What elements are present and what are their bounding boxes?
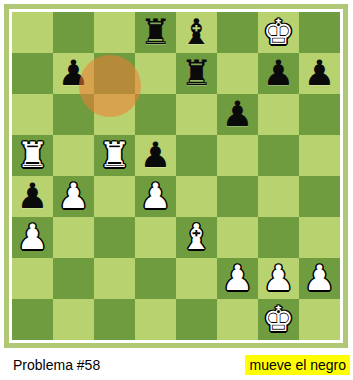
page: ♜♝♚♟♜♟♟♟♜♜♟♟♟♟♟♝♟♟♟♚ Problema #58 mueve … xyxy=(0,0,353,380)
square-f1[interactable] xyxy=(217,299,258,340)
caption-row: Problema #58 mueve el negro xyxy=(0,352,353,378)
piece-black-pawn-f6[interactable]: ♟ xyxy=(217,94,258,135)
piece-black-pawn-a4[interactable]: ♟ xyxy=(12,176,53,217)
square-a3[interactable]: ♟ xyxy=(12,217,53,258)
square-g8[interactable]: ♚ xyxy=(258,12,299,53)
square-b2[interactable] xyxy=(53,258,94,299)
piece-white-pawn-b4[interactable]: ♟ xyxy=(53,176,94,217)
square-g7[interactable]: ♟ xyxy=(258,53,299,94)
square-h4[interactable] xyxy=(299,176,340,217)
square-f4[interactable] xyxy=(217,176,258,217)
square-b5[interactable] xyxy=(53,135,94,176)
piece-black-pawn-b7[interactable]: ♟ xyxy=(53,53,94,94)
piece-white-pawn-a3[interactable]: ♟ xyxy=(12,217,53,258)
square-h8[interactable] xyxy=(299,12,340,53)
square-a4[interactable]: ♟ xyxy=(12,176,53,217)
square-a5[interactable]: ♜ xyxy=(12,135,53,176)
square-f6[interactable]: ♟ xyxy=(217,94,258,135)
square-c1[interactable] xyxy=(94,299,135,340)
square-f8[interactable] xyxy=(217,12,258,53)
piece-black-pawn-h7[interactable]: ♟ xyxy=(299,53,340,94)
square-d8[interactable]: ♜ xyxy=(135,12,176,53)
square-e3[interactable]: ♝ xyxy=(176,217,217,258)
square-b8[interactable] xyxy=(53,12,94,53)
square-b7[interactable]: ♟ xyxy=(53,53,94,94)
square-d7[interactable] xyxy=(135,53,176,94)
square-d4[interactable]: ♟ xyxy=(135,176,176,217)
piece-white-king-g8[interactable]: ♚ xyxy=(258,12,299,53)
square-e4[interactable] xyxy=(176,176,217,217)
square-d2[interactable] xyxy=(135,258,176,299)
piece-black-bishop-e8[interactable]: ♝ xyxy=(176,12,217,53)
piece-black-pawn-g7[interactable]: ♟ xyxy=(258,53,299,94)
piece-white-pawn-h2[interactable]: ♟ xyxy=(299,258,340,299)
piece-white-pawn-d4[interactable]: ♟ xyxy=(135,176,176,217)
chess-board: ♜♝♚♟♜♟♟♟♜♜♟♟♟♟♟♝♟♟♟♚ xyxy=(9,9,343,343)
square-d6[interactable] xyxy=(135,94,176,135)
square-e1[interactable] xyxy=(176,299,217,340)
square-c7[interactable] xyxy=(94,53,135,94)
square-g5[interactable] xyxy=(258,135,299,176)
square-h7[interactable]: ♟ xyxy=(299,53,340,94)
square-a7[interactable] xyxy=(12,53,53,94)
piece-white-rook-a5[interactable]: ♜ xyxy=(12,135,53,176)
square-h1[interactable] xyxy=(299,299,340,340)
square-b4[interactable]: ♟ xyxy=(53,176,94,217)
square-d5[interactable]: ♟ xyxy=(135,135,176,176)
square-h2[interactable]: ♟ xyxy=(299,258,340,299)
square-f7[interactable] xyxy=(217,53,258,94)
square-c2[interactable] xyxy=(94,258,135,299)
square-g6[interactable] xyxy=(258,94,299,135)
square-h3[interactable] xyxy=(299,217,340,258)
piece-white-pawn-f2[interactable]: ♟ xyxy=(217,258,258,299)
square-f5[interactable] xyxy=(217,135,258,176)
square-e2[interactable] xyxy=(176,258,217,299)
square-c6[interactable] xyxy=(94,94,135,135)
square-b3[interactable] xyxy=(53,217,94,258)
square-a2[interactable] xyxy=(12,258,53,299)
square-a1[interactable] xyxy=(12,299,53,340)
square-b6[interactable] xyxy=(53,94,94,135)
piece-white-bishop-e3[interactable]: ♝ xyxy=(176,217,217,258)
piece-black-pawn-d5[interactable]: ♟ xyxy=(135,135,176,176)
piece-white-pawn-g2[interactable]: ♟ xyxy=(258,258,299,299)
square-f2[interactable]: ♟ xyxy=(217,258,258,299)
square-c3[interactable] xyxy=(94,217,135,258)
square-d3[interactable] xyxy=(135,217,176,258)
square-g1[interactable]: ♚ xyxy=(258,299,299,340)
square-d1[interactable] xyxy=(135,299,176,340)
square-c5[interactable]: ♜ xyxy=(94,135,135,176)
board-grid: ♜♝♚♟♜♟♟♟♜♜♟♟♟♟♟♝♟♟♟♚ xyxy=(12,12,340,340)
square-g2[interactable]: ♟ xyxy=(258,258,299,299)
square-c8[interactable] xyxy=(94,12,135,53)
square-f3[interactable] xyxy=(217,217,258,258)
square-g4[interactable] xyxy=(258,176,299,217)
square-g3[interactable] xyxy=(258,217,299,258)
piece-white-rook-c5[interactable]: ♜ xyxy=(94,135,135,176)
puzzle-title: Problema #58 xyxy=(13,357,100,373)
piece-black-rook-e7[interactable]: ♜ xyxy=(176,53,217,94)
turn-indicator: mueve el negro xyxy=(245,355,350,375)
square-e6[interactable] xyxy=(176,94,217,135)
square-c4[interactable] xyxy=(94,176,135,217)
square-e7[interactable]: ♜ xyxy=(176,53,217,94)
square-h6[interactable] xyxy=(299,94,340,135)
square-e5[interactable] xyxy=(176,135,217,176)
chess-board-frame: ♜♝♚♟♜♟♟♟♜♜♟♟♟♟♟♝♟♟♟♚ xyxy=(4,4,348,348)
square-a6[interactable] xyxy=(12,94,53,135)
square-e8[interactable]: ♝ xyxy=(176,12,217,53)
square-a8[interactable] xyxy=(12,12,53,53)
piece-white-king-g1[interactable]: ♚ xyxy=(258,299,299,340)
square-b1[interactable] xyxy=(53,299,94,340)
square-h5[interactable] xyxy=(299,135,340,176)
piece-black-rook-d8[interactable]: ♜ xyxy=(135,12,176,53)
